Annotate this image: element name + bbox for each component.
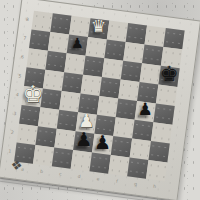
square-a3 [19,105,40,126]
file-label-g: g [125,177,145,191]
square-e4 [97,96,118,117]
file-label-f: f [107,175,127,189]
square-g8 [145,26,166,47]
file-label-d: d [69,170,89,184]
square-a4 [22,86,43,107]
square-d6 [83,56,104,77]
square-d7 [86,37,107,58]
square-a2 [17,124,38,145]
square-e7 [104,39,125,60]
square-f3 [113,117,134,138]
square-c8 [69,16,90,37]
square-f8 [126,23,147,44]
corner-ornament-icon: ❖ [6,156,26,176]
square-d8 [88,18,109,39]
square-e8 [107,21,128,42]
square-f6 [121,61,142,82]
square-c4 [59,91,80,112]
square-c6 [64,53,85,74]
square-c5 [62,72,83,93]
file-label-h: h [144,180,164,194]
square-b2 [35,126,56,147]
square-a7 [29,30,50,51]
square-e1 [89,152,110,173]
square-g2 [130,139,151,160]
square-h3 [151,122,172,143]
square-f2 [111,136,132,157]
square-b8 [50,13,71,34]
square-h4 [153,103,174,124]
square-c7 [67,34,88,55]
square-h6 [158,66,179,87]
square-a5 [24,67,45,88]
square-h8 [163,28,184,49]
square-h7 [161,47,182,68]
file-label-e: e [88,172,108,186]
square-b3 [38,107,59,128]
square-g5 [137,82,158,103]
square-c3 [57,110,78,131]
board-photo: ♛♟♚♚♟♟♟♟ 87654321 abcdefgh ❖ [0,0,200,200]
square-d3 [76,112,97,133]
file-label-b: b [31,165,51,179]
board-mat: ♛♟♚♚♟♟♟♟ 87654321 abcdefgh ❖ [0,0,200,200]
square-b1 [33,145,54,166]
square-d4 [78,93,99,114]
square-f4 [116,98,137,119]
square-d2 [73,131,94,152]
square-f5 [118,80,139,101]
square-d1 [71,150,92,171]
square-f7 [123,42,144,63]
square-f1 [108,155,129,176]
square-g7 [142,44,163,65]
square-b6 [45,51,66,72]
square-a6 [27,48,48,69]
square-e3 [94,115,115,136]
square-b4 [40,89,61,110]
square-h2 [148,141,169,162]
square-d5 [81,75,102,96]
square-c2 [54,129,75,150]
board-grid [14,11,185,182]
square-h5 [156,85,177,106]
square-e5 [99,77,120,98]
square-c1 [52,148,73,169]
square-g1 [127,157,148,178]
square-e2 [92,134,113,155]
square-b5 [43,70,64,91]
file-label-c: c [50,167,70,181]
square-g4 [135,101,156,122]
square-g6 [140,63,161,84]
square-h1 [146,160,167,181]
square-b7 [48,32,69,53]
square-e6 [102,58,123,79]
square-g3 [132,120,153,141]
square-a8 [31,11,52,32]
